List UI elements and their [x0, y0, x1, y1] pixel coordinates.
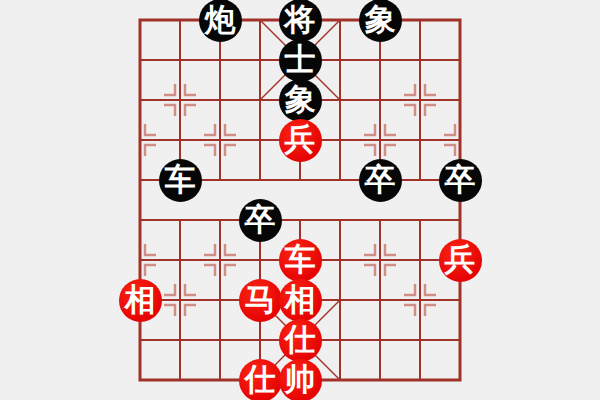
piece-glyph: 相 — [125, 284, 156, 315]
board-point-4-7: 相 — [280, 280, 320, 320]
piece-red-general[interactable]: 帅 — [279, 359, 322, 400]
piece-red-elephant[interactable]: 相 — [119, 279, 162, 322]
board-point-2-0: 炮 — [200, 0, 240, 40]
piece-glyph: 兵 — [445, 244, 476, 275]
piece-glyph: 将 — [285, 4, 316, 35]
piece-red-advisor[interactable]: 仕 — [239, 359, 282, 400]
piece-glyph: 象 — [285, 84, 316, 115]
piece-black-elephant[interactable]: 象 — [279, 79, 322, 122]
piece-glyph: 仕 — [285, 324, 316, 355]
piece-black-soldier[interactable]: 卒 — [359, 159, 402, 202]
board-point-4-6: 车 — [280, 240, 320, 280]
piece-red-chariot[interactable]: 车 — [279, 239, 322, 282]
piece-red-horse[interactable]: 马 — [239, 279, 282, 322]
board-point-3-7: 马 — [240, 280, 280, 320]
board-point-4-9: 帅 — [280, 360, 320, 400]
piece-glyph: 象 — [365, 4, 396, 35]
piece-black-chariot[interactable]: 车 — [159, 159, 202, 202]
xiangqi-board: 炮将象士象兵车卒卒卒车兵相马相仕仕帅 — [0, 0, 600, 400]
board-point-0-7: 相 — [120, 280, 160, 320]
piece-glyph: 相 — [285, 284, 316, 315]
board-point-8-4: 卒 — [440, 160, 480, 200]
board-point-1-4: 车 — [160, 160, 200, 200]
board-point-4-8: 仕 — [280, 320, 320, 360]
piece-glyph: 士 — [285, 44, 316, 75]
board-point-4-3: 兵 — [280, 120, 320, 160]
piece-red-soldier[interactable]: 兵 — [439, 239, 482, 282]
piece-black-cannon[interactable]: 炮 — [199, 0, 242, 42]
piece-glyph: 卒 — [245, 204, 276, 235]
piece-glyph: 仕 — [245, 364, 276, 395]
board-point-3-5: 卒 — [240, 200, 280, 240]
piece-red-advisor[interactable]: 仕 — [279, 319, 322, 362]
board-point-8-6: 兵 — [440, 240, 480, 280]
piece-glyph: 车 — [165, 164, 196, 195]
board-point-3-9: 仕 — [240, 360, 280, 400]
board-point-4-2: 象 — [280, 80, 320, 120]
piece-red-soldier[interactable]: 兵 — [279, 119, 322, 162]
piece-black-soldier[interactable]: 卒 — [239, 199, 282, 242]
piece-red-elephant[interactable]: 相 — [279, 279, 322, 322]
piece-glyph: 车 — [285, 244, 316, 275]
piece-black-soldier[interactable]: 卒 — [439, 159, 482, 202]
piece-black-general[interactable]: 将 — [279, 0, 322, 42]
piece-glyph: 卒 — [365, 164, 396, 195]
piece-glyph: 马 — [245, 284, 276, 315]
piece-glyph: 炮 — [205, 4, 236, 35]
board-point-4-0: 将 — [280, 0, 320, 40]
board-point-4-1: 士 — [280, 40, 320, 80]
piece-glyph: 帅 — [285, 364, 316, 395]
board-point-6-4: 卒 — [360, 160, 400, 200]
piece-black-elephant[interactable]: 象 — [359, 0, 402, 42]
piece-glyph: 卒 — [445, 164, 476, 195]
piece-grid: 炮将象士象兵车卒卒卒车兵相马相仕仕帅 — [120, 0, 480, 400]
board-point-6-0: 象 — [360, 0, 400, 40]
piece-black-advisor[interactable]: 士 — [279, 39, 322, 82]
piece-glyph: 兵 — [285, 124, 316, 155]
